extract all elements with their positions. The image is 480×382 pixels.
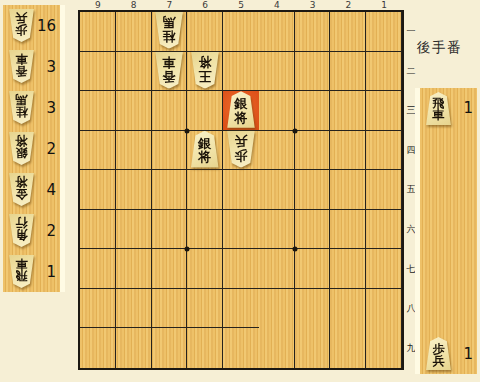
square-4-4[interactable] [259, 131, 295, 171]
gote-hand-slot-7: 飛車1 [3, 251, 60, 292]
square-9-2[interactable] [80, 52, 116, 92]
square-2-4[interactable] [330, 131, 366, 171]
file-label-2: 2 [330, 0, 366, 10]
square-8-8[interactable] [116, 289, 152, 329]
koma-kanji: 銀 [198, 137, 211, 151]
koma-kanji: 歩 [16, 25, 28, 37]
gote-pawn-piece[interactable]: 歩兵 [226, 131, 256, 168]
file-label-7: 7 [152, 0, 188, 10]
square-6-6[interactable] [187, 210, 223, 250]
square-6-2[interactable]: 王将 [187, 52, 223, 92]
square-7-1[interactable]: 桂馬 [152, 12, 188, 52]
square-5-8[interactable] [223, 289, 259, 329]
square-3-1[interactable] [295, 12, 331, 52]
sente-hand-slot-3 [420, 170, 477, 211]
koma-kanji: 金 [16, 189, 28, 201]
square-2-9[interactable] [330, 328, 366, 368]
file-coordinates: 987654321 [80, 0, 402, 10]
square-9-1[interactable] [80, 12, 116, 52]
koma-kanji: 歩 [234, 148, 247, 162]
square-3-6[interactable] [295, 210, 331, 250]
square-9-7[interactable] [80, 249, 116, 289]
sente-rook-piece[interactable]: 飛車 [425, 92, 452, 125]
square-2-1[interactable] [330, 12, 366, 52]
square-6-4[interactable]: 銀将 [187, 131, 223, 171]
square-9-3[interactable] [80, 91, 116, 131]
square-5-1[interactable] [223, 12, 259, 52]
rank-label-1: 一 [404, 12, 418, 52]
koma-kanji: 車 [16, 54, 28, 66]
square-9-6[interactable] [80, 210, 116, 250]
gote-knight-count: 3 [38, 99, 56, 117]
gote-lance-piece[interactable]: 香車 [8, 50, 35, 83]
koma-kanji: 車 [162, 56, 175, 70]
gote-knight-piece[interactable]: 桂馬 [154, 12, 184, 49]
square-3-7[interactable] [295, 249, 331, 289]
gote-bishop-count: 2 [38, 222, 56, 240]
square-4-2[interactable] [259, 52, 295, 92]
shogi-board: 桂馬香車王将銀将銀将歩兵 [78, 10, 404, 370]
square-1-6[interactable] [366, 210, 402, 250]
square-9-5[interactable] [80, 170, 116, 210]
sente-pawn-piece[interactable]: 歩兵 [425, 337, 452, 370]
gote-lance-count: 3 [38, 58, 56, 76]
koma-kanji: 車 [433, 109, 445, 121]
koma-kanji: 飛 [16, 271, 28, 283]
square-7-6[interactable] [152, 210, 188, 250]
gote-tray-edge-highlight [60, 5, 65, 292]
file-label-1: 1 [366, 0, 402, 10]
sente-hand-slot-7: 歩兵1 [420, 333, 477, 374]
square-7-2[interactable]: 香車 [152, 52, 188, 92]
file-label-6: 6 [187, 0, 223, 10]
koma-kanji: 将 [16, 177, 28, 189]
square-8-5[interactable] [116, 170, 152, 210]
star-point [292, 247, 297, 252]
square-5-5[interactable] [223, 170, 259, 210]
square-1-1[interactable] [366, 12, 402, 52]
koma-kanji: 歩 [433, 343, 445, 355]
file-label-3: 3 [295, 0, 331, 10]
koma-kanji: 行 [16, 218, 28, 230]
gote-king-piece[interactable]: 王将 [190, 52, 220, 89]
square-7-7[interactable] [152, 249, 188, 289]
square-3-3[interactable] [295, 91, 331, 131]
gote-hand-slot-3: 桂馬3 [3, 87, 60, 128]
koma-kanji: 兵 [234, 135, 247, 149]
square-7-4[interactable] [152, 131, 188, 171]
square-4-1[interactable] [259, 12, 295, 52]
square-2-6[interactable] [330, 210, 366, 250]
gote-bishop-piece[interactable]: 角行 [8, 214, 35, 247]
sente-hand-slot-2 [420, 129, 477, 170]
koma-kanji: 桂 [16, 107, 28, 119]
square-5-6[interactable] [223, 210, 259, 250]
gote-gold-piece[interactable]: 金将 [8, 173, 35, 206]
square-1-2[interactable] [366, 52, 402, 92]
koma-kanji: 香 [162, 69, 175, 83]
square-9-4[interactable] [80, 131, 116, 171]
square-3-8[interactable] [295, 289, 331, 329]
square-8-6[interactable] [116, 210, 152, 250]
gote-lance-piece[interactable]: 香車 [154, 52, 184, 89]
gote-hand-slot-2: 香車3 [3, 46, 60, 87]
square-7-8[interactable] [152, 289, 188, 329]
square-6-3[interactable] [187, 91, 223, 131]
koma-kanji: 桂 [162, 30, 175, 44]
sente-rook-count: 1 [455, 99, 473, 117]
square-7-5[interactable] [152, 170, 188, 210]
square-3-2[interactable] [295, 52, 331, 92]
koma-kanji: 香 [16, 66, 28, 78]
rank-label-2: 二 [404, 52, 418, 92]
koma-kanji: 兵 [16, 13, 28, 25]
square-8-1[interactable] [116, 12, 152, 52]
square-8-7[interactable] [116, 249, 152, 289]
sente-silver-piece[interactable]: 銀将 [226, 91, 256, 128]
star-point [185, 247, 190, 252]
file-label-4: 4 [259, 0, 295, 10]
koma-kanji: 銀 [16, 148, 28, 160]
square-3-4[interactable] [295, 131, 331, 171]
square-3-9[interactable] [295, 328, 331, 368]
square-6-9[interactable] [187, 328, 223, 368]
square-4-7[interactable] [259, 249, 295, 289]
square-6-7[interactable] [187, 249, 223, 289]
square-1-7[interactable] [366, 249, 402, 289]
gote-silver-piece[interactable]: 銀将 [8, 132, 35, 165]
gote-hand-slot-4: 銀将2 [3, 128, 60, 169]
square-8-2[interactable] [116, 52, 152, 92]
gote-hand-slot-1: 歩兵16 [3, 5, 60, 46]
square-5-3[interactable]: 銀将 [223, 91, 259, 131]
square-2-2[interactable] [330, 52, 366, 92]
file-label-9: 9 [80, 0, 116, 10]
koma-kanji: 将 [198, 56, 211, 70]
koma-kanji: 将 [234, 111, 247, 125]
gote-hand-slot-6: 角行2 [3, 210, 60, 251]
sente-captured-tray: 飛車1歩兵1 [420, 88, 477, 374]
sente-silver-piece[interactable]: 銀将 [190, 131, 220, 168]
sente-hand-slot-4 [420, 211, 477, 252]
turn-indicator: 後手番 [417, 39, 462, 57]
square-1-4[interactable] [366, 131, 402, 171]
file-label-5: 5 [223, 0, 259, 10]
gote-captured-tray: 歩兵16香車3桂馬3銀将2金将4角行2飛車1 [3, 5, 60, 292]
sente-hand-slot-5 [420, 251, 477, 292]
square-4-5[interactable] [259, 170, 295, 210]
square-4-9[interactable] [259, 328, 295, 368]
square-3-5[interactable] [295, 170, 331, 210]
square-6-8[interactable] [187, 289, 223, 329]
koma-kanji: 銀 [234, 97, 247, 111]
square-5-9[interactable] [223, 328, 259, 368]
square-5-4[interactable]: 歩兵 [223, 131, 259, 171]
star-point [292, 128, 297, 133]
square-9-8[interactable] [80, 289, 116, 329]
square-2-7[interactable] [330, 249, 366, 289]
gote-knight-piece[interactable]: 桂馬 [8, 91, 35, 124]
square-1-5[interactable] [366, 170, 402, 210]
square-8-9[interactable] [116, 328, 152, 368]
koma-kanji: 馬 [16, 95, 28, 107]
gote-pawn-count: 16 [37, 17, 56, 35]
gote-rook-count: 1 [38, 263, 56, 281]
square-1-9[interactable] [366, 328, 402, 368]
gote-hand-slot-5: 金将4 [3, 169, 60, 210]
square-6-1[interactable] [187, 12, 223, 52]
square-4-8[interactable] [259, 289, 295, 329]
square-5-7[interactable] [223, 249, 259, 289]
gote-rook-piece[interactable]: 飛車 [8, 255, 35, 288]
square-8-3[interactable] [116, 91, 152, 131]
file-label-8: 8 [116, 0, 152, 10]
square-5-2[interactable] [223, 52, 259, 92]
square-1-3[interactable] [366, 91, 402, 131]
square-8-4[interactable] [116, 131, 152, 171]
sente-pawn-count: 1 [455, 345, 473, 363]
koma-kanji: 角 [16, 230, 28, 242]
square-2-3[interactable] [330, 91, 366, 131]
koma-kanji: 将 [16, 136, 28, 148]
koma-kanji: 兵 [433, 355, 445, 367]
gote-pawn-piece[interactable]: 歩兵 [8, 9, 35, 42]
square-1-8[interactable] [366, 289, 402, 329]
koma-kanji: 王 [198, 69, 211, 83]
sente-hand-slot-6 [420, 292, 477, 333]
gote-silver-count: 2 [38, 140, 56, 158]
square-7-3[interactable] [152, 91, 188, 131]
koma-kanji: 車 [16, 259, 28, 271]
square-2-5[interactable] [330, 170, 366, 210]
koma-kanji: 馬 [162, 16, 175, 30]
sente-hand-slot-1: 飛車1 [420, 88, 477, 129]
square-4-3[interactable] [259, 91, 295, 131]
square-7-9[interactable] [152, 328, 188, 368]
koma-kanji: 将 [198, 150, 211, 164]
square-4-6[interactable] [259, 210, 295, 250]
square-6-5[interactable] [187, 170, 223, 210]
square-2-8[interactable] [330, 289, 366, 329]
square-9-9[interactable] [80, 328, 116, 368]
gote-gold-count: 4 [38, 181, 56, 199]
